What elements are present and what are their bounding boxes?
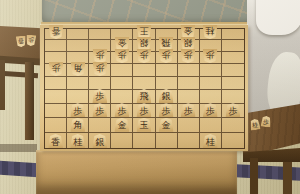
board-cell: 玉 [133, 118, 155, 133]
board-cell [67, 29, 89, 40]
shogi-piece-sente: 歩 [70, 103, 85, 117]
shogi-piece-gote: 歩 [181, 49, 196, 63]
board-cell [89, 118, 111, 133]
shogi-piece-sente: 飛 [136, 89, 151, 103]
board-cell: 歩 [200, 104, 222, 118]
board-cell: 歩 [111, 52, 133, 64]
captured-piece-sente: 歩 [261, 116, 272, 128]
board-cell [133, 77, 155, 90]
board-cell [156, 77, 178, 90]
board-cell [178, 90, 200, 104]
board-cell: 歩 [178, 52, 200, 64]
shogi-piece-sente: 歩 [203, 103, 218, 117]
board-cell [178, 118, 200, 133]
board-cell [45, 77, 67, 90]
shogi-piece-gote: 歩 [92, 49, 107, 63]
board-cell [111, 133, 133, 148]
board-cell: 歩 [156, 52, 178, 64]
shogi-game-photo: 香王金桂金銀飛銀歩歩歩歩歩歩歩角歩歩飛銀歩歩歩歩歩歩歩歩角金玉金香桂銀桂 香歩 … [0, 0, 300, 194]
shogi-piece-sente: 歩 [136, 103, 151, 117]
board-cell: 歩 [89, 104, 111, 118]
board-cell [222, 52, 244, 64]
board-grid: 香王金桂金銀飛銀歩歩歩歩歩歩歩角歩歩飛銀歩歩歩歩歩歩歩歩角金玉金香桂銀桂 [44, 28, 245, 149]
komadai-right-leg [283, 162, 292, 194]
board-cell: 香 [45, 133, 67, 148]
shogi-piece-sente: 銀 [159, 89, 174, 103]
board-cell [67, 90, 89, 104]
board-cell: 金 [111, 118, 133, 133]
board-cell [133, 133, 155, 148]
captured-piece-gote: 歩 [26, 35, 37, 47]
board-cell [45, 118, 67, 133]
komadai-left-shadow [0, 144, 37, 152]
board-front-face [36, 150, 237, 194]
shogi-piece-sente: 歩 [181, 103, 196, 117]
shogi-piece-sente: 金 [159, 118, 174, 132]
board-cell: 歩 [89, 90, 111, 104]
white-cloth [256, 0, 300, 35]
shogi-piece-gote: 歩 [203, 49, 218, 63]
komadai-left-leg [0, 60, 5, 110]
board-cell: 歩 [89, 64, 111, 77]
board-cell: 歩 [178, 104, 200, 118]
board-cell [67, 77, 89, 90]
shogi-piece-gote: 角 [70, 62, 85, 76]
shogi-piece-sente: 銀 [92, 134, 107, 148]
board-cell: 歩 [111, 104, 133, 118]
shogi-piece-sente: 歩 [225, 103, 240, 117]
shogi-piece-sente: 桂 [203, 134, 218, 148]
shogi-piece-gote: 歩 [136, 49, 151, 63]
shogi-piece-gote: 飛 [159, 37, 174, 51]
shogi-piece-gote: 香 [48, 25, 63, 39]
komadai-left-leg [25, 62, 34, 140]
shogi-piece-sente: 歩 [159, 103, 174, 117]
board-cell: 角 [67, 118, 89, 133]
board-cell [133, 64, 155, 77]
board-cell [200, 90, 222, 104]
shogi-piece-gote: 金 [114, 37, 129, 51]
gote-captured-tray: 香歩 [15, 33, 41, 49]
board-cell [67, 40, 89, 52]
board-cell: 桂 [67, 133, 89, 148]
board-cell: 銀 [89, 133, 111, 148]
board-cell: 歩 [67, 104, 89, 118]
board-cell [89, 29, 111, 40]
board-cell [45, 40, 67, 52]
board-cell [222, 29, 244, 40]
board-cell: 歩 [133, 52, 155, 64]
board-cell [45, 104, 67, 118]
captured-piece-gote: 香 [16, 36, 27, 48]
board-cell [111, 64, 133, 77]
board-cell: 歩 [156, 104, 178, 118]
board-cell [178, 133, 200, 148]
shogi-piece-sente: 歩 [92, 103, 107, 117]
shogi-piece-gote: 歩 [114, 49, 129, 63]
shogi-piece-sente: 桂 [70, 134, 85, 148]
board-cell [222, 90, 244, 104]
shogi-piece-sente: 金 [114, 118, 129, 132]
shogi-piece-sente: 角 [70, 118, 85, 132]
komadai-right-leg [250, 158, 258, 194]
shogi-piece-sente: 玉 [136, 118, 151, 132]
captured-piece-sente: 桂 [249, 118, 260, 130]
board-cell [156, 133, 178, 148]
board-cell [222, 64, 244, 77]
board-cell [178, 77, 200, 90]
board-cell: 桂 [200, 133, 222, 148]
board-cell [111, 77, 133, 90]
board-cell [200, 118, 222, 133]
board-cell: 桂 [200, 29, 222, 40]
sente-captured-tray: 桂歩 [249, 115, 277, 133]
board-cell: 歩 [222, 104, 244, 118]
shogi-piece-gote: 歩 [48, 62, 63, 76]
board-cell [222, 40, 244, 52]
board-surface: 香王金桂金銀飛銀歩歩歩歩歩歩歩角歩歩飛銀歩歩歩歩歩歩歩歩角金玉金香桂銀桂 [40, 25, 248, 151]
shogi-piece-gote: 歩 [159, 49, 174, 63]
board-cell [45, 90, 67, 104]
board-cell: 金 [156, 118, 178, 133]
shogi-piece-sente: 歩 [92, 89, 107, 103]
board-cell: 銀 [156, 90, 178, 104]
board-cell [200, 77, 222, 90]
shogi-piece-sente: 歩 [114, 103, 129, 117]
board-cell: 歩 [200, 52, 222, 64]
shogi-piece-gote: 銀 [136, 37, 151, 51]
board-cell [222, 118, 244, 133]
board-cell [222, 77, 244, 90]
board-cell: 角 [67, 64, 89, 77]
board-cell: 飛 [133, 90, 155, 104]
board-cell [222, 133, 244, 148]
board-cell: 香 [45, 29, 67, 40]
board-cell [178, 64, 200, 77]
board-cell: 歩 [45, 64, 67, 77]
board-cell [200, 64, 222, 77]
shogi-piece-gote: 歩 [92, 62, 107, 76]
board-cell: 歩 [133, 104, 155, 118]
shogi-piece-sente: 香 [48, 134, 63, 148]
board-cell [111, 90, 133, 104]
board-cell [89, 77, 111, 90]
board-cell [156, 64, 178, 77]
shogi-piece-gote: 銀 [181, 37, 196, 51]
shogi-piece-gote: 桂 [203, 25, 218, 39]
